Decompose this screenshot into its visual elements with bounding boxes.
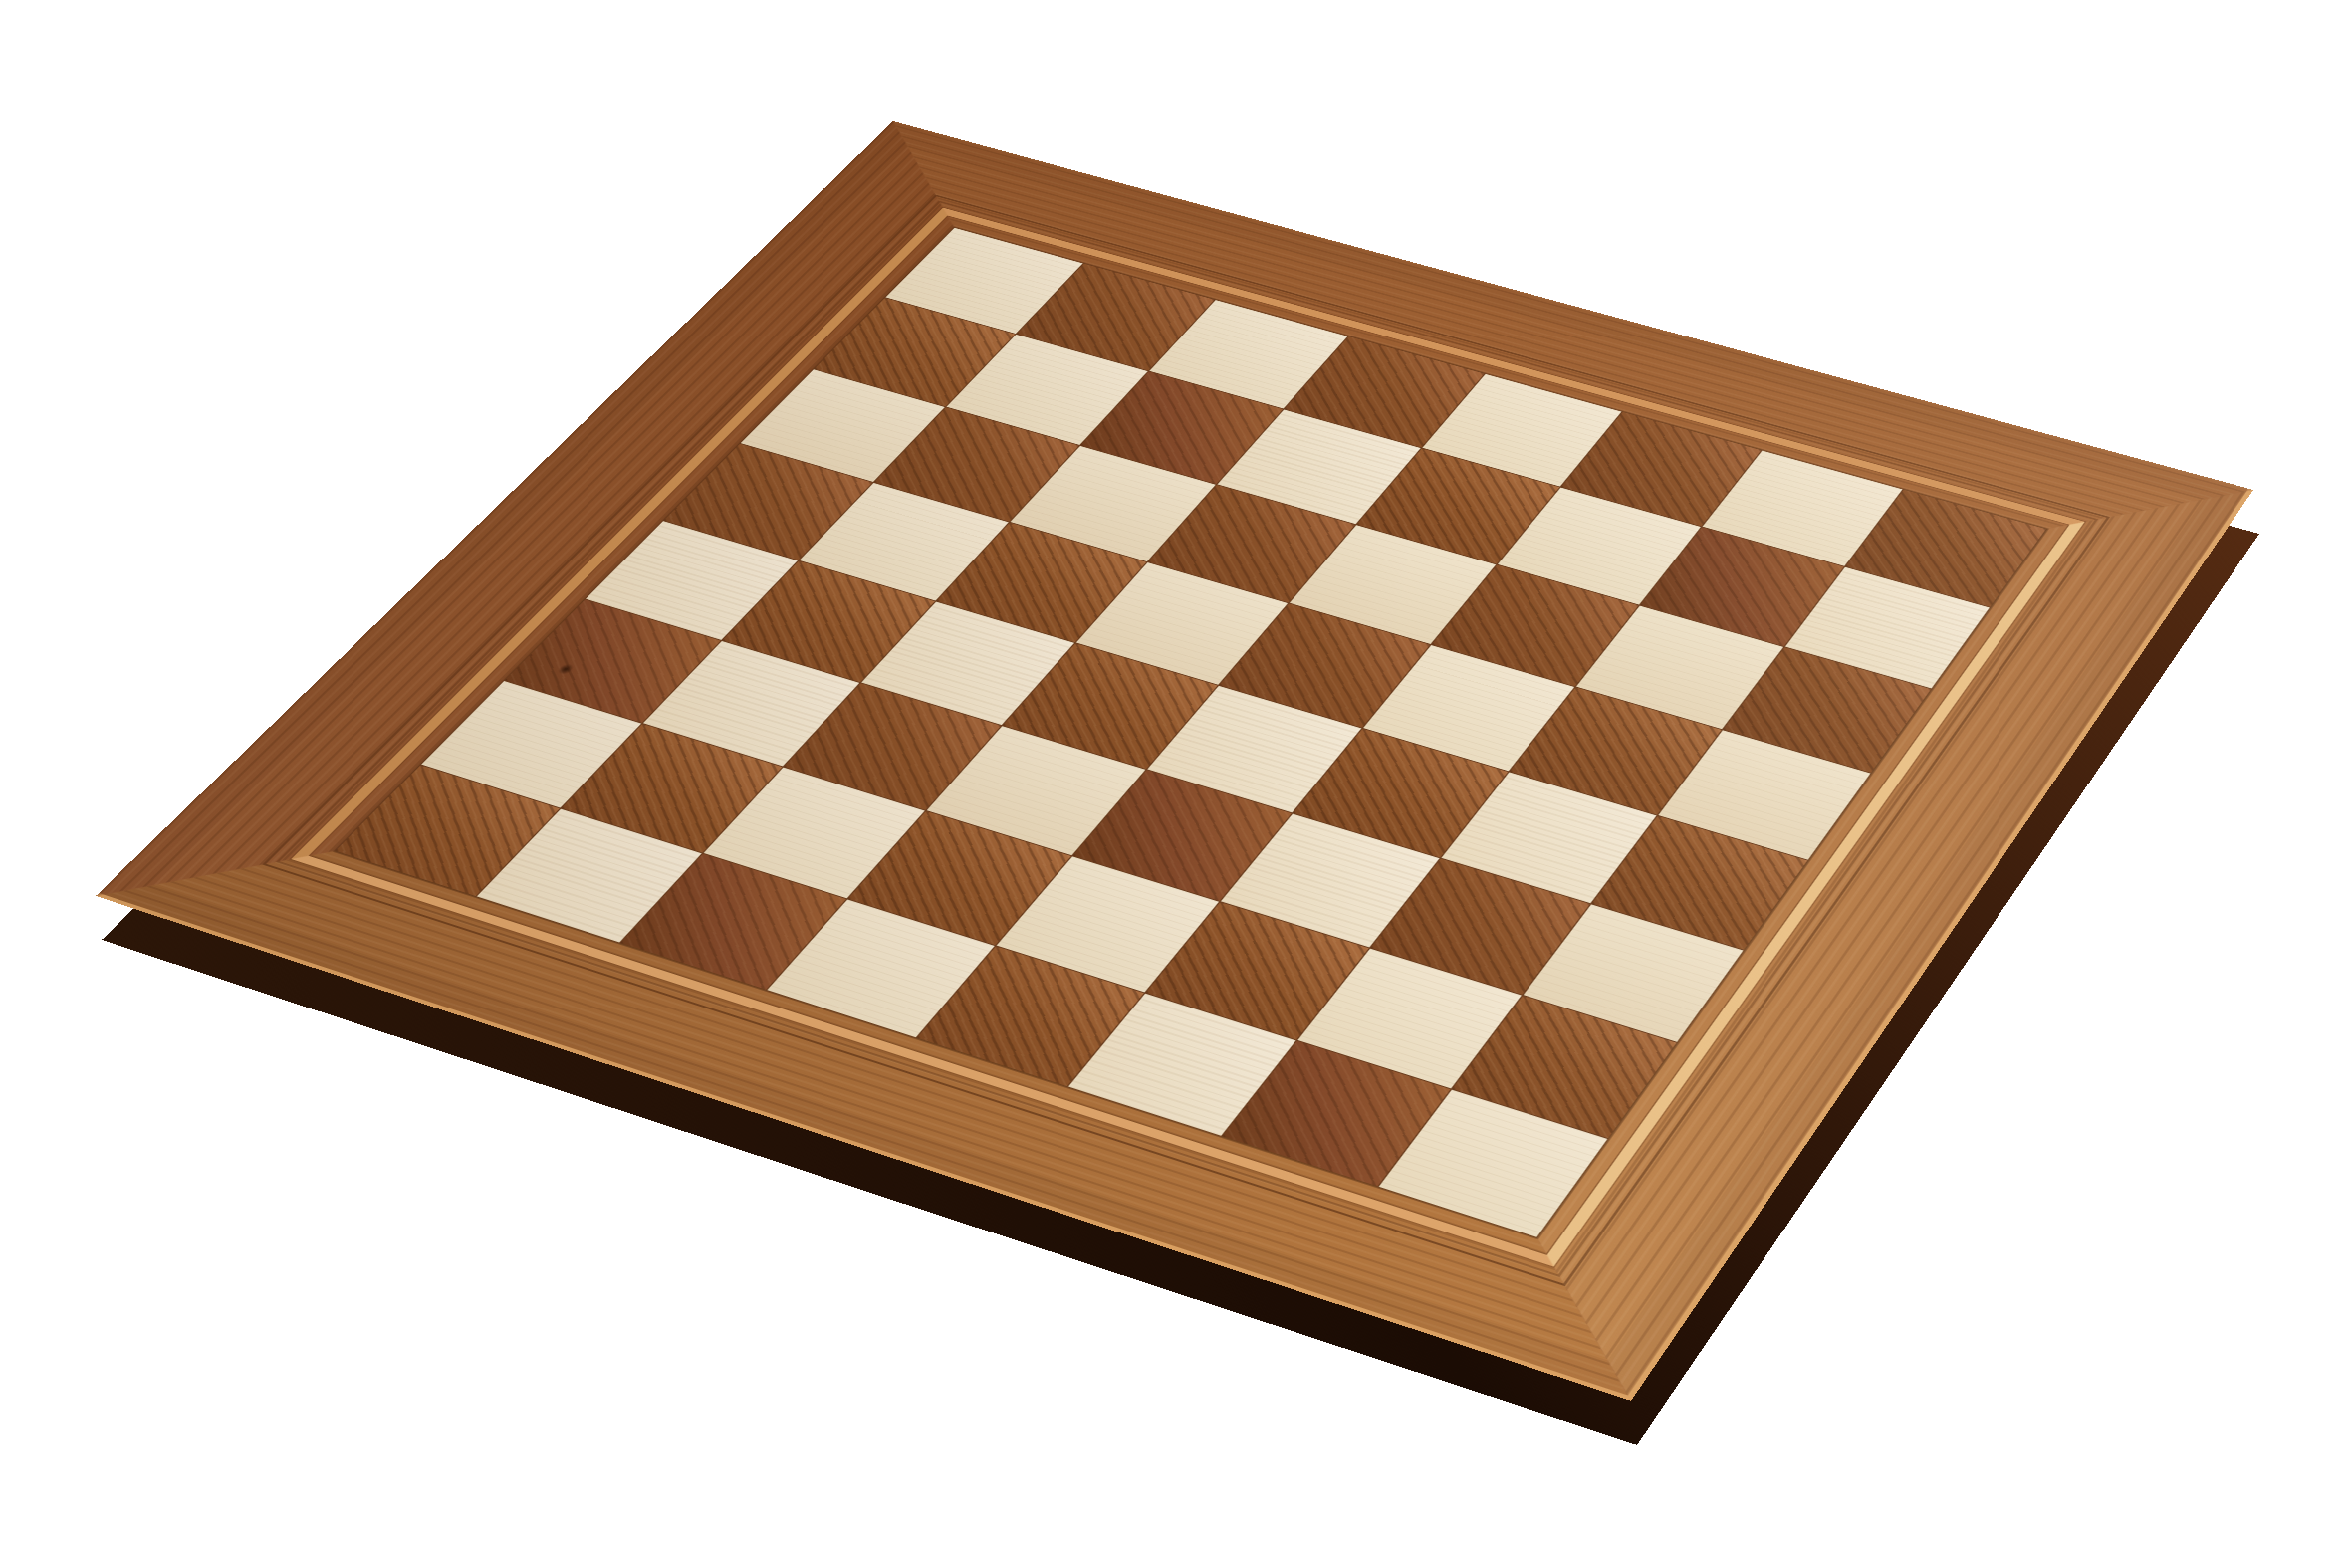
chessboard: [96, 121, 2253, 1401]
photo-canvas: [0, 0, 2352, 1568]
lighting-sheen: [96, 121, 2253, 1401]
